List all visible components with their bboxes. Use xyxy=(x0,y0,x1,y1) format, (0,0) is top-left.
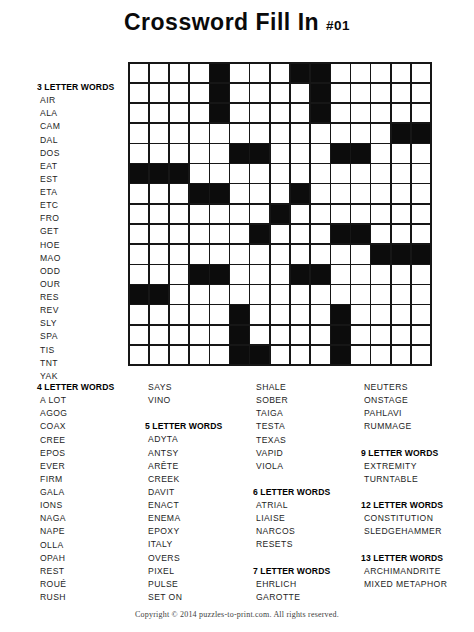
grid-cell[interactable] xyxy=(230,124,249,143)
grid-cell[interactable] xyxy=(351,64,370,83)
grid-cell-black xyxy=(311,265,330,284)
word-item: ROUÉ xyxy=(37,578,114,591)
list-spacer xyxy=(145,407,222,420)
grid-cell[interactable] xyxy=(210,326,229,345)
grid-cell[interactable] xyxy=(392,64,411,83)
grid-cell[interactable] xyxy=(331,124,350,143)
word-item: RESETS xyxy=(253,538,330,551)
grid-cell[interactable] xyxy=(271,265,290,284)
grid-cell[interactable] xyxy=(150,205,169,224)
word-item: VIOLA xyxy=(253,460,330,473)
grid-cell[interactable] xyxy=(371,225,390,244)
grid-cell-black xyxy=(271,205,290,224)
grid-cell-black xyxy=(210,265,229,284)
grid-cell[interactable] xyxy=(190,64,209,83)
grid-cell[interactable] xyxy=(250,326,269,345)
word-item: SAYS xyxy=(145,381,222,394)
word-item: PAHLAVI xyxy=(361,407,447,420)
word-length-header: 13 LETTER WORDS xyxy=(361,552,447,565)
grid-cell[interactable] xyxy=(271,104,290,123)
grid-cell[interactable] xyxy=(392,84,411,103)
page-title: Crossword Fill In #01 xyxy=(0,9,474,36)
word-item: EST xyxy=(37,173,114,186)
grid-cell-black xyxy=(291,184,310,203)
grid-cell[interactable] xyxy=(150,265,169,284)
grid-cell[interactable] xyxy=(130,326,149,345)
grid-cell[interactable] xyxy=(351,346,370,365)
grid-cell[interactable] xyxy=(291,346,310,365)
grid-cell-black xyxy=(412,245,431,264)
grid-cell[interactable] xyxy=(271,346,290,365)
grid-cell[interactable] xyxy=(250,104,269,123)
grid-cell[interactable] xyxy=(210,285,229,304)
grid-cell[interactable] xyxy=(311,144,330,163)
grid-cell[interactable] xyxy=(291,305,310,324)
word-item: CONSTITUTION xyxy=(361,512,447,525)
grid-cell[interactable] xyxy=(230,64,249,83)
grid-cell[interactable] xyxy=(190,124,209,143)
grid-cell[interactable] xyxy=(412,265,431,284)
grid-cell[interactable] xyxy=(250,205,269,224)
grid-cell[interactable] xyxy=(412,205,431,224)
grid-cell[interactable] xyxy=(351,326,370,345)
grid-cell[interactable] xyxy=(392,346,411,365)
grid-cell[interactable] xyxy=(371,104,390,123)
grid-cell[interactable] xyxy=(412,104,431,123)
grid-cell[interactable] xyxy=(392,104,411,123)
grid-cell[interactable] xyxy=(170,84,189,103)
grid-cell[interactable] xyxy=(291,285,310,304)
grid-cell[interactable] xyxy=(392,225,411,244)
grid-cell[interactable] xyxy=(230,164,249,183)
grid-cell[interactable] xyxy=(150,84,169,103)
grid-cell[interactable] xyxy=(170,305,189,324)
puzzle-grid xyxy=(128,62,432,366)
word-item: EVER xyxy=(37,460,114,473)
grid-cell[interactable] xyxy=(230,205,249,224)
list-spacer xyxy=(253,552,330,565)
word-item: RUSH xyxy=(37,591,114,604)
grid-cell[interactable] xyxy=(170,124,189,143)
list-spacer xyxy=(361,486,447,499)
puzzle-number: #01 xyxy=(326,18,350,33)
word-item: SOBER xyxy=(253,394,330,407)
grid-cell-black xyxy=(130,285,149,304)
grid-cell[interactable] xyxy=(170,144,189,163)
word-item: FIRM xyxy=(37,473,114,486)
grid-cell[interactable] xyxy=(351,305,370,324)
grid-cell[interactable] xyxy=(130,265,149,284)
grid-cell-black xyxy=(170,164,189,183)
grid-cell[interactable] xyxy=(271,64,290,83)
grid-cell[interactable] xyxy=(412,305,431,324)
word-length-header: 12 LETTER WORDS xyxy=(361,499,447,512)
grid-cell[interactable] xyxy=(331,245,350,264)
grid-cell[interactable] xyxy=(412,225,431,244)
grid-cell[interactable] xyxy=(291,245,310,264)
grid-cell[interactable] xyxy=(291,84,310,103)
grid-cell[interactable] xyxy=(371,265,390,284)
copyright-footer: Copyright © 2014 puzzles-to-print.com. A… xyxy=(0,610,474,619)
grid-cell-black xyxy=(392,124,411,143)
grid-cell[interactable] xyxy=(351,285,370,304)
word-item: EXTREMITY xyxy=(361,460,447,473)
grid-cell[interactable] xyxy=(351,84,370,103)
grid-cell[interactable] xyxy=(230,265,249,284)
grid-cell[interactable] xyxy=(331,285,350,304)
grid-cell[interactable] xyxy=(210,164,229,183)
grid-cell[interactable] xyxy=(311,225,330,244)
grid-cell[interactable] xyxy=(210,124,229,143)
grid-cell[interactable] xyxy=(412,144,431,163)
grid-cell[interactable] xyxy=(150,225,169,244)
grid-cell[interactable] xyxy=(190,144,209,163)
word-item: EPOS xyxy=(37,447,114,460)
grid-cell[interactable] xyxy=(190,164,209,183)
grid-cell[interactable] xyxy=(230,184,249,203)
grid-cell[interactable] xyxy=(150,305,169,324)
word-item: FRO xyxy=(37,212,114,225)
grid-cell[interactable] xyxy=(170,64,189,83)
grid-cell[interactable] xyxy=(230,285,249,304)
grid-cell[interactable] xyxy=(331,64,350,83)
grid-cell[interactable] xyxy=(130,84,149,103)
grid-cell[interactable] xyxy=(250,164,269,183)
grid-cell[interactable] xyxy=(190,346,209,365)
grid-cell[interactable] xyxy=(371,64,390,83)
grid-cell-black xyxy=(250,225,269,244)
grid-cell[interactable] xyxy=(311,205,330,224)
word-item: ONSTAGE xyxy=(361,394,447,407)
grid-cell[interactable] xyxy=(311,326,330,345)
grid-cell[interactable] xyxy=(230,104,249,123)
grid-cell[interactable] xyxy=(271,184,290,203)
grid-cell[interactable] xyxy=(371,205,390,224)
grid-cell[interactable] xyxy=(190,326,209,345)
word-item: TEXAS xyxy=(253,434,330,447)
grid-cell[interactable] xyxy=(210,225,229,244)
grid-cell[interactable] xyxy=(230,245,249,264)
word-item: TIS xyxy=(37,344,114,357)
word-item: CAM xyxy=(37,120,114,133)
grid-cell[interactable] xyxy=(351,205,370,224)
word-length-header: 7 LETTER WORDS xyxy=(253,565,330,578)
word-item: ATRIAL xyxy=(253,499,330,512)
grid-cell[interactable] xyxy=(351,164,370,183)
grid-cell[interactable] xyxy=(250,265,269,284)
word-item: NAPE xyxy=(37,525,114,538)
grid-cell[interactable] xyxy=(371,184,390,203)
grid-cell[interactable] xyxy=(190,84,209,103)
word-item: SLEDGEHAMMER xyxy=(361,525,447,538)
grid-cell-black xyxy=(291,64,310,83)
grid-cell-black xyxy=(351,225,370,244)
grid-cell[interactable] xyxy=(170,245,189,264)
grid-cell[interactable] xyxy=(130,225,149,244)
word-length-header: 9 LETTER WORDS xyxy=(361,447,447,460)
puzzle-title: Crossword Fill In xyxy=(124,9,319,35)
grid-cell[interactable] xyxy=(291,144,310,163)
grid-cell[interactable] xyxy=(130,205,149,224)
word-item: ODD xyxy=(37,265,114,278)
grid-cell[interactable] xyxy=(250,64,269,83)
grid-cell-black xyxy=(331,144,350,163)
grid-cell[interactable] xyxy=(210,205,229,224)
grid-cell[interactable] xyxy=(371,164,390,183)
grid-cell[interactable] xyxy=(371,346,390,365)
grid-cell[interactable] xyxy=(291,124,310,143)
grid-cell[interactable] xyxy=(170,225,189,244)
word-item: NAGA xyxy=(37,512,114,525)
grid-cell[interactable] xyxy=(150,184,169,203)
grid-cell[interactable] xyxy=(190,104,209,123)
grid-cell[interactable] xyxy=(130,64,149,83)
grid-cell[interactable] xyxy=(412,64,431,83)
word-item: COAX xyxy=(37,420,114,433)
grid-cell[interactable] xyxy=(311,305,330,324)
grid-cell[interactable] xyxy=(392,144,411,163)
grid-cell[interactable] xyxy=(271,305,290,324)
grid-cell[interactable] xyxy=(412,84,431,103)
grid-cell[interactable] xyxy=(170,205,189,224)
grid-cell[interactable] xyxy=(190,225,209,244)
word-item: EHRLICH xyxy=(253,578,330,591)
grid-cell[interactable] xyxy=(271,144,290,163)
word-item: ENACT xyxy=(145,499,222,512)
grid-cell-black xyxy=(210,184,229,203)
grid-cell[interactable] xyxy=(291,104,310,123)
grid-cell[interactable] xyxy=(271,245,290,264)
word-item: EPOXY xyxy=(145,525,222,538)
grid-cell[interactable] xyxy=(210,144,229,163)
grid-cell[interactable] xyxy=(271,84,290,103)
word-item: CREE xyxy=(37,434,114,447)
grid-cell[interactable] xyxy=(170,104,189,123)
grid-cell[interactable] xyxy=(371,144,390,163)
grid-cell-black xyxy=(331,346,350,365)
word-item: LIAISE xyxy=(253,512,330,525)
grid-cell[interactable] xyxy=(210,305,229,324)
grid-cell[interactable] xyxy=(250,285,269,304)
word-item: TESTA xyxy=(253,420,330,433)
grid-cell[interactable] xyxy=(291,326,310,345)
grid-cell[interactable] xyxy=(311,124,330,143)
grid-cell[interactable] xyxy=(291,225,310,244)
word-item: OLLA xyxy=(37,539,114,552)
word-item: DOS xyxy=(37,147,114,160)
grid-cell[interactable] xyxy=(271,285,290,304)
grid-cell[interactable] xyxy=(271,164,290,183)
grid-cell-black xyxy=(311,104,330,123)
grid-cell-black xyxy=(392,245,411,264)
grid-cell-black xyxy=(412,124,431,143)
grid-cell[interactable] xyxy=(392,265,411,284)
grid-cell[interactable] xyxy=(190,205,209,224)
grid-cell[interactable] xyxy=(130,104,149,123)
grid-cell-black xyxy=(230,346,249,365)
word-item: DAL xyxy=(37,134,114,147)
grid-cell-black xyxy=(331,305,350,324)
grid-cell[interactable] xyxy=(392,184,411,203)
grid-cell[interactable] xyxy=(331,84,350,103)
grid-cell[interactable] xyxy=(291,164,310,183)
grid-cell[interactable] xyxy=(190,245,209,264)
grid-cell[interactable] xyxy=(331,265,350,284)
grid-cell[interactable] xyxy=(170,326,189,345)
grid-cell[interactable] xyxy=(371,285,390,304)
grid-cell[interactable] xyxy=(392,305,411,324)
list-spacer xyxy=(361,434,447,447)
grid-cell[interactable] xyxy=(130,144,149,163)
grid-cell-black xyxy=(230,326,249,345)
word-item: SET ON xyxy=(145,591,222,604)
grid-cell[interactable] xyxy=(371,305,390,324)
word-item: MIXED METAPHOR xyxy=(361,578,447,591)
grid-cell[interactable] xyxy=(150,124,169,143)
grid-cell-black xyxy=(331,326,350,345)
grid-cell[interactable] xyxy=(351,104,370,123)
word-item: ENEMA xyxy=(145,512,222,525)
word-column-4: NEUTERSONSTAGEPAHLAVIRUMMAGE9 LETTER WOR… xyxy=(361,381,447,591)
grid-cell[interactable] xyxy=(412,285,431,304)
word-item: SPA xyxy=(37,330,114,343)
grid-cell[interactable] xyxy=(351,124,370,143)
grid-cell[interactable] xyxy=(392,326,411,345)
word-item: PIXEL xyxy=(145,565,222,578)
grid-cell[interactable] xyxy=(210,346,229,365)
grid-cell[interactable] xyxy=(311,164,330,183)
grid-cell[interactable] xyxy=(331,184,350,203)
grid-cell[interactable] xyxy=(130,346,149,365)
grid-cell[interactable] xyxy=(331,205,350,224)
grid-cell[interactable] xyxy=(351,265,370,284)
three-letter-word-list: 3 LETTER WORDS AIRALACAMDALDOSEATESTETAE… xyxy=(37,81,114,383)
grid-cell[interactable] xyxy=(210,245,229,264)
grid-cell[interactable] xyxy=(371,326,390,345)
grid-cell[interactable] xyxy=(130,305,149,324)
grid-cell[interactable] xyxy=(311,245,330,264)
grid-cell[interactable] xyxy=(371,84,390,103)
grid-cell[interactable] xyxy=(250,245,269,264)
grid-cell[interactable] xyxy=(412,346,431,365)
grid-cell[interactable] xyxy=(392,285,411,304)
grid-cell[interactable] xyxy=(271,225,290,244)
word-item: VAPID xyxy=(253,447,330,460)
grid-cell[interactable] xyxy=(412,326,431,345)
word-item: SLY xyxy=(37,317,114,330)
grid-cell-black xyxy=(210,104,229,123)
grid-cell[interactable] xyxy=(130,245,149,264)
grid-cell[interactable] xyxy=(230,84,249,103)
grid-cell[interactable] xyxy=(311,285,330,304)
grid-cell[interactable] xyxy=(392,205,411,224)
word-item: RES xyxy=(37,291,114,304)
word-item: NARCOS xyxy=(253,525,330,538)
grid-cell[interactable] xyxy=(150,144,169,163)
list-spacer xyxy=(253,473,330,486)
grid-cell[interactable] xyxy=(190,285,209,304)
grid-cell-black xyxy=(250,346,269,365)
word-column-1: 4 LETTER WORDSA LOTAGOGCOAXCREEEPOSEVERF… xyxy=(37,381,114,604)
word-item: GALA xyxy=(37,486,114,499)
word-column-3: SHALESOBERTAIGATESTATEXASVAPIDVIOLA6 LET… xyxy=(253,381,330,604)
grid-cell[interactable] xyxy=(412,164,431,183)
grid-cell[interactable] xyxy=(190,305,209,324)
grid-cell[interactable] xyxy=(271,124,290,143)
grid-cell[interactable] xyxy=(150,245,169,264)
grid-cell[interactable] xyxy=(150,104,169,123)
grid-cell-black xyxy=(150,285,169,304)
grid-cell[interactable] xyxy=(250,124,269,143)
grid-cell-black xyxy=(230,305,249,324)
grid-cell[interactable] xyxy=(170,184,189,203)
grid-cell[interactable] xyxy=(230,225,249,244)
word-item: OPAH xyxy=(37,552,114,565)
word-item: ITALY xyxy=(145,538,222,551)
word-item: AGOG xyxy=(37,407,114,420)
grid-cell[interactable] xyxy=(271,326,290,345)
grid-cell[interactable] xyxy=(150,64,169,83)
grid-cell[interactable] xyxy=(412,184,431,203)
grid-cell[interactable] xyxy=(291,205,310,224)
grid-cell[interactable] xyxy=(351,245,370,264)
word-item: A LOT xyxy=(37,394,114,407)
grid-cell-black xyxy=(250,144,269,163)
word-item: ETA xyxy=(37,186,114,199)
word-item: IONS xyxy=(37,499,114,512)
grid-cell-black xyxy=(210,64,229,83)
grid-cell[interactable] xyxy=(130,124,149,143)
word-item: PULSE xyxy=(145,578,222,591)
grid-cell-black xyxy=(311,64,330,83)
word-length-header: 3 LETTER WORDS xyxy=(37,81,114,94)
word-length-header: 6 LETTER WORDS xyxy=(253,486,330,499)
word-item: HOE xyxy=(37,239,114,252)
grid-cell[interactable] xyxy=(250,184,269,203)
word-item: MAO xyxy=(37,252,114,265)
grid-cell-black xyxy=(351,144,370,163)
grid-cell[interactable] xyxy=(250,84,269,103)
grid-cell[interactable] xyxy=(170,346,189,365)
grid-cell-black xyxy=(230,144,249,163)
word-length-header: 5 LETTER WORDS xyxy=(145,420,222,433)
grid-cell[interactable] xyxy=(331,104,350,123)
grid-cell[interactable] xyxy=(331,164,350,183)
word-item: OUR xyxy=(37,278,114,291)
grid-cell-black xyxy=(130,164,149,183)
word-item: ANTSY xyxy=(145,447,222,460)
word-item: SHALE xyxy=(253,381,330,394)
grid-cell-black xyxy=(311,84,330,103)
grid-cell[interactable] xyxy=(170,285,189,304)
word-item: REST xyxy=(37,565,114,578)
word-length-header: 4 LETTER WORDS xyxy=(37,381,114,394)
grid-cell[interactable] xyxy=(150,326,169,345)
word-item: ARÊTE xyxy=(145,460,222,473)
grid-cell[interactable] xyxy=(250,305,269,324)
grid-cell[interactable] xyxy=(392,164,411,183)
grid-cell[interactable] xyxy=(130,184,149,203)
grid-cell[interactable] xyxy=(170,265,189,284)
grid-cell[interactable] xyxy=(311,346,330,365)
grid-cell-black xyxy=(210,84,229,103)
grid-cell[interactable] xyxy=(311,184,330,203)
word-item: CREEK xyxy=(145,473,222,486)
grid-cell[interactable] xyxy=(371,124,390,143)
grid-cell[interactable] xyxy=(150,346,169,365)
word-item: NEUTERS xyxy=(361,381,447,394)
grid-cell[interactable] xyxy=(351,184,370,203)
